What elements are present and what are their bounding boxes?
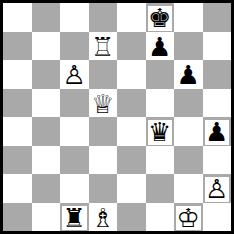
white-rook-background: ♖ — [91, 35, 116, 60]
white-pawn[interactable]: ♙ — [205, 176, 228, 202]
square-f4[interactable]: ♛ — [146, 117, 175, 146]
square-f2[interactable] — [146, 174, 175, 203]
black-pawn-background: ♟ — [176, 63, 201, 88]
black-queen[interactable]: ♛ — [148, 119, 171, 145]
square-g2[interactable] — [174, 174, 203, 203]
white-pawn-background: ♙ — [205, 177, 230, 202]
square-d3[interactable] — [89, 146, 118, 175]
square-g4[interactable] — [174, 117, 203, 146]
square-d8[interactable] — [89, 3, 118, 32]
square-b5[interactable] — [32, 89, 61, 118]
square-h3[interactable] — [203, 146, 232, 175]
square-e4[interactable] — [117, 117, 146, 146]
square-b2[interactable] — [32, 174, 61, 203]
square-g7[interactable] — [174, 32, 203, 61]
square-b4[interactable] — [32, 117, 61, 146]
square-d4[interactable] — [89, 117, 118, 146]
square-h5[interactable] — [203, 89, 232, 118]
square-d1[interactable]: ♗ — [89, 203, 118, 232]
square-e6[interactable] — [117, 60, 146, 89]
square-h1[interactable] — [203, 203, 232, 232]
black-rook-background: ♜ — [62, 206, 87, 231]
black-pawn[interactable]: ♟ — [148, 34, 171, 60]
square-d7[interactable]: ♖ — [89, 32, 118, 61]
square-c1[interactable]: ♜ — [60, 203, 89, 232]
white-rook[interactable]: ♖ — [91, 34, 114, 60]
square-g3[interactable] — [174, 146, 203, 175]
square-d2[interactable] — [89, 174, 118, 203]
square-a5[interactable] — [3, 89, 32, 118]
square-c5[interactable] — [60, 89, 89, 118]
white-bishop-background: ♗ — [91, 206, 116, 231]
square-f7[interactable]: ♟ — [146, 32, 175, 61]
square-g5[interactable] — [174, 89, 203, 118]
square-f1[interactable] — [146, 203, 175, 232]
white-queen-background: ♕ — [91, 92, 116, 117]
square-g1[interactable]: ♔ — [174, 203, 203, 232]
square-b1[interactable] — [32, 203, 61, 232]
square-b7[interactable] — [32, 32, 61, 61]
square-h8[interactable] — [203, 3, 232, 32]
black-king-background: ♚ — [148, 6, 173, 31]
square-d6[interactable] — [89, 60, 118, 89]
black-pawn[interactable]: ♟ — [177, 62, 200, 88]
white-pawn-background: ♙ — [62, 63, 87, 88]
white-pawn[interactable]: ♙ — [63, 62, 86, 88]
square-a7[interactable] — [3, 32, 32, 61]
square-c8[interactable] — [60, 3, 89, 32]
black-king[interactable]: ♚ — [148, 5, 171, 31]
white-queen[interactable]: ♕ — [91, 91, 114, 117]
black-pawn[interactable]: ♟ — [205, 119, 228, 145]
square-f6[interactable] — [146, 60, 175, 89]
white-king-background: ♔ — [176, 206, 201, 231]
square-e2[interactable] — [117, 174, 146, 203]
square-c4[interactable] — [60, 117, 89, 146]
square-f8[interactable]: ♚ — [146, 3, 175, 32]
square-c7[interactable] — [60, 32, 89, 61]
square-e1[interactable] — [117, 203, 146, 232]
square-h4[interactable]: ♟ — [203, 117, 232, 146]
chess-diagram: ♚♖♟♙♟♕♛♟♙♜♗♔ — [0, 0, 234, 234]
square-e5[interactable] — [117, 89, 146, 118]
square-c6[interactable]: ♙ — [60, 60, 89, 89]
black-pawn-background: ♟ — [205, 120, 230, 145]
square-a8[interactable] — [3, 3, 32, 32]
square-a1[interactable] — [3, 203, 32, 232]
square-d5[interactable]: ♕ — [89, 89, 118, 118]
square-g8[interactable] — [174, 3, 203, 32]
square-h6[interactable] — [203, 60, 232, 89]
square-c2[interactable] — [60, 174, 89, 203]
square-b3[interactable] — [32, 146, 61, 175]
chess-board: ♚♖♟♙♟♕♛♟♙♜♗♔ — [3, 3, 231, 231]
square-h7[interactable] — [203, 32, 232, 61]
white-king[interactable]: ♔ — [177, 205, 200, 231]
square-a2[interactable] — [3, 174, 32, 203]
black-rook[interactable]: ♜ — [63, 205, 86, 231]
square-a4[interactable] — [3, 117, 32, 146]
square-c3[interactable] — [60, 146, 89, 175]
square-e3[interactable] — [117, 146, 146, 175]
square-f3[interactable] — [146, 146, 175, 175]
square-f5[interactable] — [146, 89, 175, 118]
square-b8[interactable] — [32, 3, 61, 32]
square-a6[interactable] — [3, 60, 32, 89]
square-a3[interactable] — [3, 146, 32, 175]
square-h2[interactable]: ♙ — [203, 174, 232, 203]
black-pawn-background: ♟ — [148, 35, 173, 60]
square-e7[interactable] — [117, 32, 146, 61]
square-g6[interactable]: ♟ — [174, 60, 203, 89]
white-bishop[interactable]: ♗ — [91, 205, 114, 231]
square-e8[interactable] — [117, 3, 146, 32]
square-b6[interactable] — [32, 60, 61, 89]
black-queen-background: ♛ — [148, 120, 173, 145]
